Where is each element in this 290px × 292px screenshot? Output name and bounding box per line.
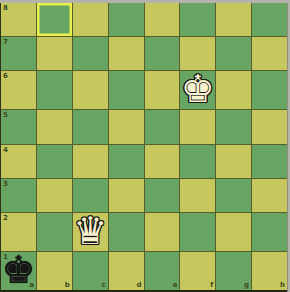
square-a4[interactable]: 4 [1,145,36,178]
square-g6[interactable] [216,71,251,109]
square-e6[interactable] [145,71,180,109]
square-d2[interactable] [109,213,144,251]
square-d7[interactable] [109,37,144,70]
square-b7[interactable] [37,37,72,70]
square-h4[interactable] [252,145,287,178]
square-h7[interactable] [252,37,287,70]
square-f8[interactable] [180,3,215,36]
square-e8[interactable] [145,3,180,36]
square-h5[interactable] [252,110,287,143]
square-f1[interactable]: f [180,252,215,290]
file-label-d: d [136,282,141,289]
square-b1[interactable]: b [37,252,72,290]
black-king[interactable]: ♚ [1,251,35,289]
rank-label-3: 3 [3,181,8,188]
square-c4[interactable] [73,145,108,178]
square-e4[interactable] [145,145,180,178]
board-area: 876♚5432♛1a♚bcdefgh [0,3,290,292]
square-h1[interactable]: h [252,252,287,290]
square-g1[interactable]: g [216,252,251,290]
square-b3[interactable] [37,179,72,212]
rank-label-4: 4 [3,147,8,154]
file-label-c: c [101,282,105,289]
rank-label-6: 6 [3,73,8,80]
square-h6[interactable] [252,71,287,109]
square-b4[interactable] [37,145,72,178]
square-d4[interactable] [109,145,144,178]
square-c6[interactable] [73,71,108,109]
square-a7[interactable]: 7 [1,37,36,70]
square-c3[interactable] [73,179,108,212]
file-label-g: g [244,282,249,289]
square-b6[interactable] [37,71,72,109]
square-h3[interactable] [252,179,287,212]
file-label-h: h [280,282,285,289]
square-f6[interactable]: ♚ [180,71,215,109]
square-d5[interactable] [109,110,144,143]
square-a1[interactable]: 1a♚ [1,252,36,290]
square-f5[interactable] [180,110,215,143]
square-f4[interactable] [180,145,215,178]
square-f2[interactable] [180,213,215,251]
square-a3[interactable]: 3 [1,179,36,212]
file-label-f: f [210,282,213,289]
rank-label-7: 7 [3,39,8,46]
square-a8[interactable]: 8 [1,3,36,36]
square-b5[interactable] [37,110,72,143]
chess-app-window: 876♚5432♛1a♚bcdefgh [0,0,290,292]
square-a6[interactable]: 6 [1,71,36,109]
square-g7[interactable] [216,37,251,70]
square-e7[interactable] [145,37,180,70]
window-chrome-right [287,3,290,292]
square-g4[interactable] [216,145,251,178]
square-e3[interactable] [145,179,180,212]
rank-label-5: 5 [3,112,8,119]
white-king[interactable]: ♚ [181,70,215,108]
square-d6[interactable] [109,71,144,109]
square-f3[interactable] [180,179,215,212]
rank-label-2: 2 [3,215,8,222]
white-queen[interactable]: ♛ [73,212,107,250]
square-d3[interactable] [109,179,144,212]
square-c1[interactable]: c [73,252,108,290]
rank-label-8: 8 [3,5,8,12]
square-g8[interactable] [216,3,251,36]
square-g2[interactable] [216,213,251,251]
square-c7[interactable] [73,37,108,70]
file-label-b: b [65,282,70,289]
square-a2[interactable]: 2 [1,213,36,251]
square-d1[interactable]: d [109,252,144,290]
square-c5[interactable] [73,110,108,143]
square-g3[interactable] [216,179,251,212]
square-b2[interactable] [37,213,72,251]
square-a5[interactable]: 5 [1,110,36,143]
square-f7[interactable] [180,37,215,70]
square-c8[interactable] [73,3,108,36]
chess-board: 876♚5432♛1a♚bcdefgh [0,3,287,292]
square-b8[interactable] [37,3,72,36]
square-h2[interactable] [252,213,287,251]
square-e1[interactable]: e [145,252,180,290]
square-d8[interactable] [109,3,144,36]
square-e2[interactable] [145,213,180,251]
square-h8[interactable] [252,3,287,36]
square-e5[interactable] [145,110,180,143]
square-c2[interactable]: ♛ [73,213,108,251]
square-g5[interactable] [216,110,251,143]
file-label-e: e [173,282,178,289]
